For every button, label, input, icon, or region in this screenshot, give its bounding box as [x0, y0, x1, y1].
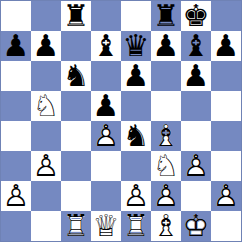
- square-d7[interactable]: ♝: [91, 31, 121, 61]
- black-rook-glyph: ♜: [61, 1, 91, 31]
- square-h8[interactable]: [211, 1, 241, 31]
- white-rook-glyph: ♖: [61, 211, 91, 241]
- white-pawn[interactable]: ♟♙: [121, 181, 151, 211]
- square-f6[interactable]: [151, 61, 181, 91]
- square-c1[interactable]: ♜♖: [61, 211, 91, 241]
- white-king-glyph: ♔: [181, 211, 211, 241]
- white-pawn-glyph: ♙: [121, 181, 151, 211]
- square-e1[interactable]: ♜♖: [121, 211, 151, 241]
- white-bishop-glyph: ♗: [151, 211, 181, 241]
- black-pawn[interactable]: ♟: [91, 91, 121, 121]
- square-g4[interactable]: [181, 121, 211, 151]
- square-c4[interactable]: [61, 121, 91, 151]
- black-pawn[interactable]: ♟: [151, 31, 181, 61]
- square-a8[interactable]: [1, 1, 31, 31]
- square-b6[interactable]: [31, 61, 61, 91]
- square-e7[interactable]: ♛: [121, 31, 151, 61]
- black-pawn[interactable]: ♟: [181, 61, 211, 91]
- black-knight-glyph: ♞: [61, 61, 91, 91]
- black-bishop[interactable]: ♝: [91, 31, 121, 61]
- black-bishop[interactable]: ♝: [181, 31, 211, 61]
- square-a7[interactable]: ♟: [1, 31, 31, 61]
- chess-board: ♜♜♚♟♟♝♛♟♝♟♞♟♟♞♘♟♟♙♞♝♗♟♙♞♘♟♙♟♙♟♙♟♙♟♙♜♖♛♕♜…: [0, 0, 242, 242]
- square-h5[interactable]: [211, 91, 241, 121]
- white-knight-glyph: ♘: [151, 151, 181, 181]
- square-c8[interactable]: ♜: [61, 1, 91, 31]
- white-pawn-glyph: ♙: [31, 151, 61, 181]
- black-pawn[interactable]: ♟: [31, 31, 61, 61]
- black-knight-glyph: ♞: [121, 121, 151, 151]
- square-h1[interactable]: [211, 211, 241, 241]
- square-f2[interactable]: ♟♙: [151, 181, 181, 211]
- black-pawn-glyph: ♟: [31, 31, 61, 61]
- square-d1[interactable]: ♛♕: [91, 211, 121, 241]
- square-d3[interactable]: [91, 151, 121, 181]
- white-bishop-glyph: ♗: [151, 121, 181, 151]
- square-h4[interactable]: [211, 121, 241, 151]
- square-g2[interactable]: [181, 181, 211, 211]
- white-queen-glyph: ♕: [91, 211, 121, 241]
- square-f8[interactable]: ♜: [151, 1, 181, 31]
- square-e8[interactable]: [121, 1, 151, 31]
- black-pawn[interactable]: ♟: [121, 61, 151, 91]
- square-e2[interactable]: ♟♙: [121, 181, 151, 211]
- square-g1[interactable]: ♚♔: [181, 211, 211, 241]
- white-knight-glyph: ♘: [31, 91, 61, 121]
- square-h2[interactable]: ♟♙: [211, 181, 241, 211]
- square-a4[interactable]: [1, 121, 31, 151]
- black-rook-glyph: ♜: [151, 1, 181, 31]
- black-pawn-glyph: ♟: [91, 91, 121, 121]
- square-a2[interactable]: ♟♙: [1, 181, 31, 211]
- square-d8[interactable]: [91, 1, 121, 31]
- black-pawn-glyph: ♟: [1, 31, 31, 61]
- white-rook-glyph: ♖: [121, 211, 151, 241]
- square-g7[interactable]: ♝: [181, 31, 211, 61]
- square-b1[interactable]: [31, 211, 61, 241]
- square-b8[interactable]: [31, 1, 61, 31]
- black-knight[interactable]: ♞: [61, 61, 91, 91]
- square-b2[interactable]: [31, 181, 61, 211]
- black-knight[interactable]: ♞: [121, 121, 151, 151]
- square-g8[interactable]: ♚: [181, 1, 211, 31]
- white-pawn[interactable]: ♟♙: [211, 181, 241, 211]
- square-f7[interactable]: ♟: [151, 31, 181, 61]
- square-f1[interactable]: ♝♗: [151, 211, 181, 241]
- black-bishop-glyph: ♝: [91, 31, 121, 61]
- white-pawn-glyph: ♙: [91, 121, 121, 151]
- black-queen-glyph: ♛: [121, 31, 151, 61]
- square-d5[interactable]: ♟: [91, 91, 121, 121]
- square-a5[interactable]: [1, 91, 31, 121]
- white-pawn-glyph: ♙: [181, 151, 211, 181]
- square-b3[interactable]: ♟♙: [31, 151, 61, 181]
- square-c2[interactable]: [61, 181, 91, 211]
- square-h3[interactable]: [211, 151, 241, 181]
- white-pawn[interactable]: ♟♙: [151, 181, 181, 211]
- black-king[interactable]: ♚: [181, 1, 211, 31]
- white-pawn-glyph: ♙: [1, 181, 31, 211]
- white-pawn-glyph: ♙: [211, 181, 241, 211]
- black-queen[interactable]: ♛: [121, 31, 151, 61]
- square-h7[interactable]: ♟: [211, 31, 241, 61]
- square-g5[interactable]: [181, 91, 211, 121]
- white-knight[interactable]: ♞♘: [151, 151, 181, 181]
- square-e3[interactable]: [121, 151, 151, 181]
- white-pawn[interactable]: ♟♙: [31, 151, 61, 181]
- white-bishop[interactable]: ♝♗: [151, 121, 181, 151]
- black-pawn-glyph: ♟: [121, 61, 151, 91]
- white-bishop[interactable]: ♝♗: [151, 211, 181, 241]
- white-knight[interactable]: ♞♘: [31, 91, 61, 121]
- white-pawn[interactable]: ♟♙: [91, 121, 121, 151]
- square-b7[interactable]: ♟: [31, 31, 61, 61]
- white-pawn[interactable]: ♟♙: [1, 181, 31, 211]
- black-king-glyph: ♚: [181, 1, 211, 31]
- square-g6[interactable]: ♟: [181, 61, 211, 91]
- white-queen[interactable]: ♛♕: [91, 211, 121, 241]
- square-a3[interactable]: [1, 151, 31, 181]
- square-b4[interactable]: [31, 121, 61, 151]
- white-king[interactable]: ♚♔: [181, 211, 211, 241]
- square-f4[interactable]: ♝♗: [151, 121, 181, 151]
- white-pawn[interactable]: ♟♙: [181, 151, 211, 181]
- white-rook[interactable]: ♜♖: [121, 211, 151, 241]
- black-bishop-glyph: ♝: [181, 31, 211, 61]
- square-c3[interactable]: [61, 151, 91, 181]
- square-a1[interactable]: [1, 211, 31, 241]
- black-rook[interactable]: ♜: [151, 1, 181, 31]
- square-h6[interactable]: [211, 61, 241, 91]
- black-pawn[interactable]: ♟: [1, 31, 31, 61]
- white-rook[interactable]: ♜♖: [61, 211, 91, 241]
- square-d2[interactable]: [91, 181, 121, 211]
- square-e5[interactable]: [121, 91, 151, 121]
- square-c5[interactable]: [61, 91, 91, 121]
- black-pawn-glyph: ♟: [181, 61, 211, 91]
- square-f5[interactable]: [151, 91, 181, 121]
- square-e4[interactable]: ♞: [121, 121, 151, 151]
- square-d6[interactable]: [91, 61, 121, 91]
- square-d4[interactable]: ♟♙: [91, 121, 121, 151]
- black-rook[interactable]: ♜: [61, 1, 91, 31]
- square-c6[interactable]: ♞: [61, 61, 91, 91]
- square-f3[interactable]: ♞♘: [151, 151, 181, 181]
- square-c7[interactable]: [61, 31, 91, 61]
- white-pawn-glyph: ♙: [151, 181, 181, 211]
- black-pawn[interactable]: ♟: [211, 31, 241, 61]
- black-pawn-glyph: ♟: [151, 31, 181, 61]
- square-b5[interactable]: ♞♘: [31, 91, 61, 121]
- square-a6[interactable]: [1, 61, 31, 91]
- black-pawn-glyph: ♟: [211, 31, 241, 61]
- square-g3[interactable]: ♟♙: [181, 151, 211, 181]
- square-e6[interactable]: ♟: [121, 61, 151, 91]
